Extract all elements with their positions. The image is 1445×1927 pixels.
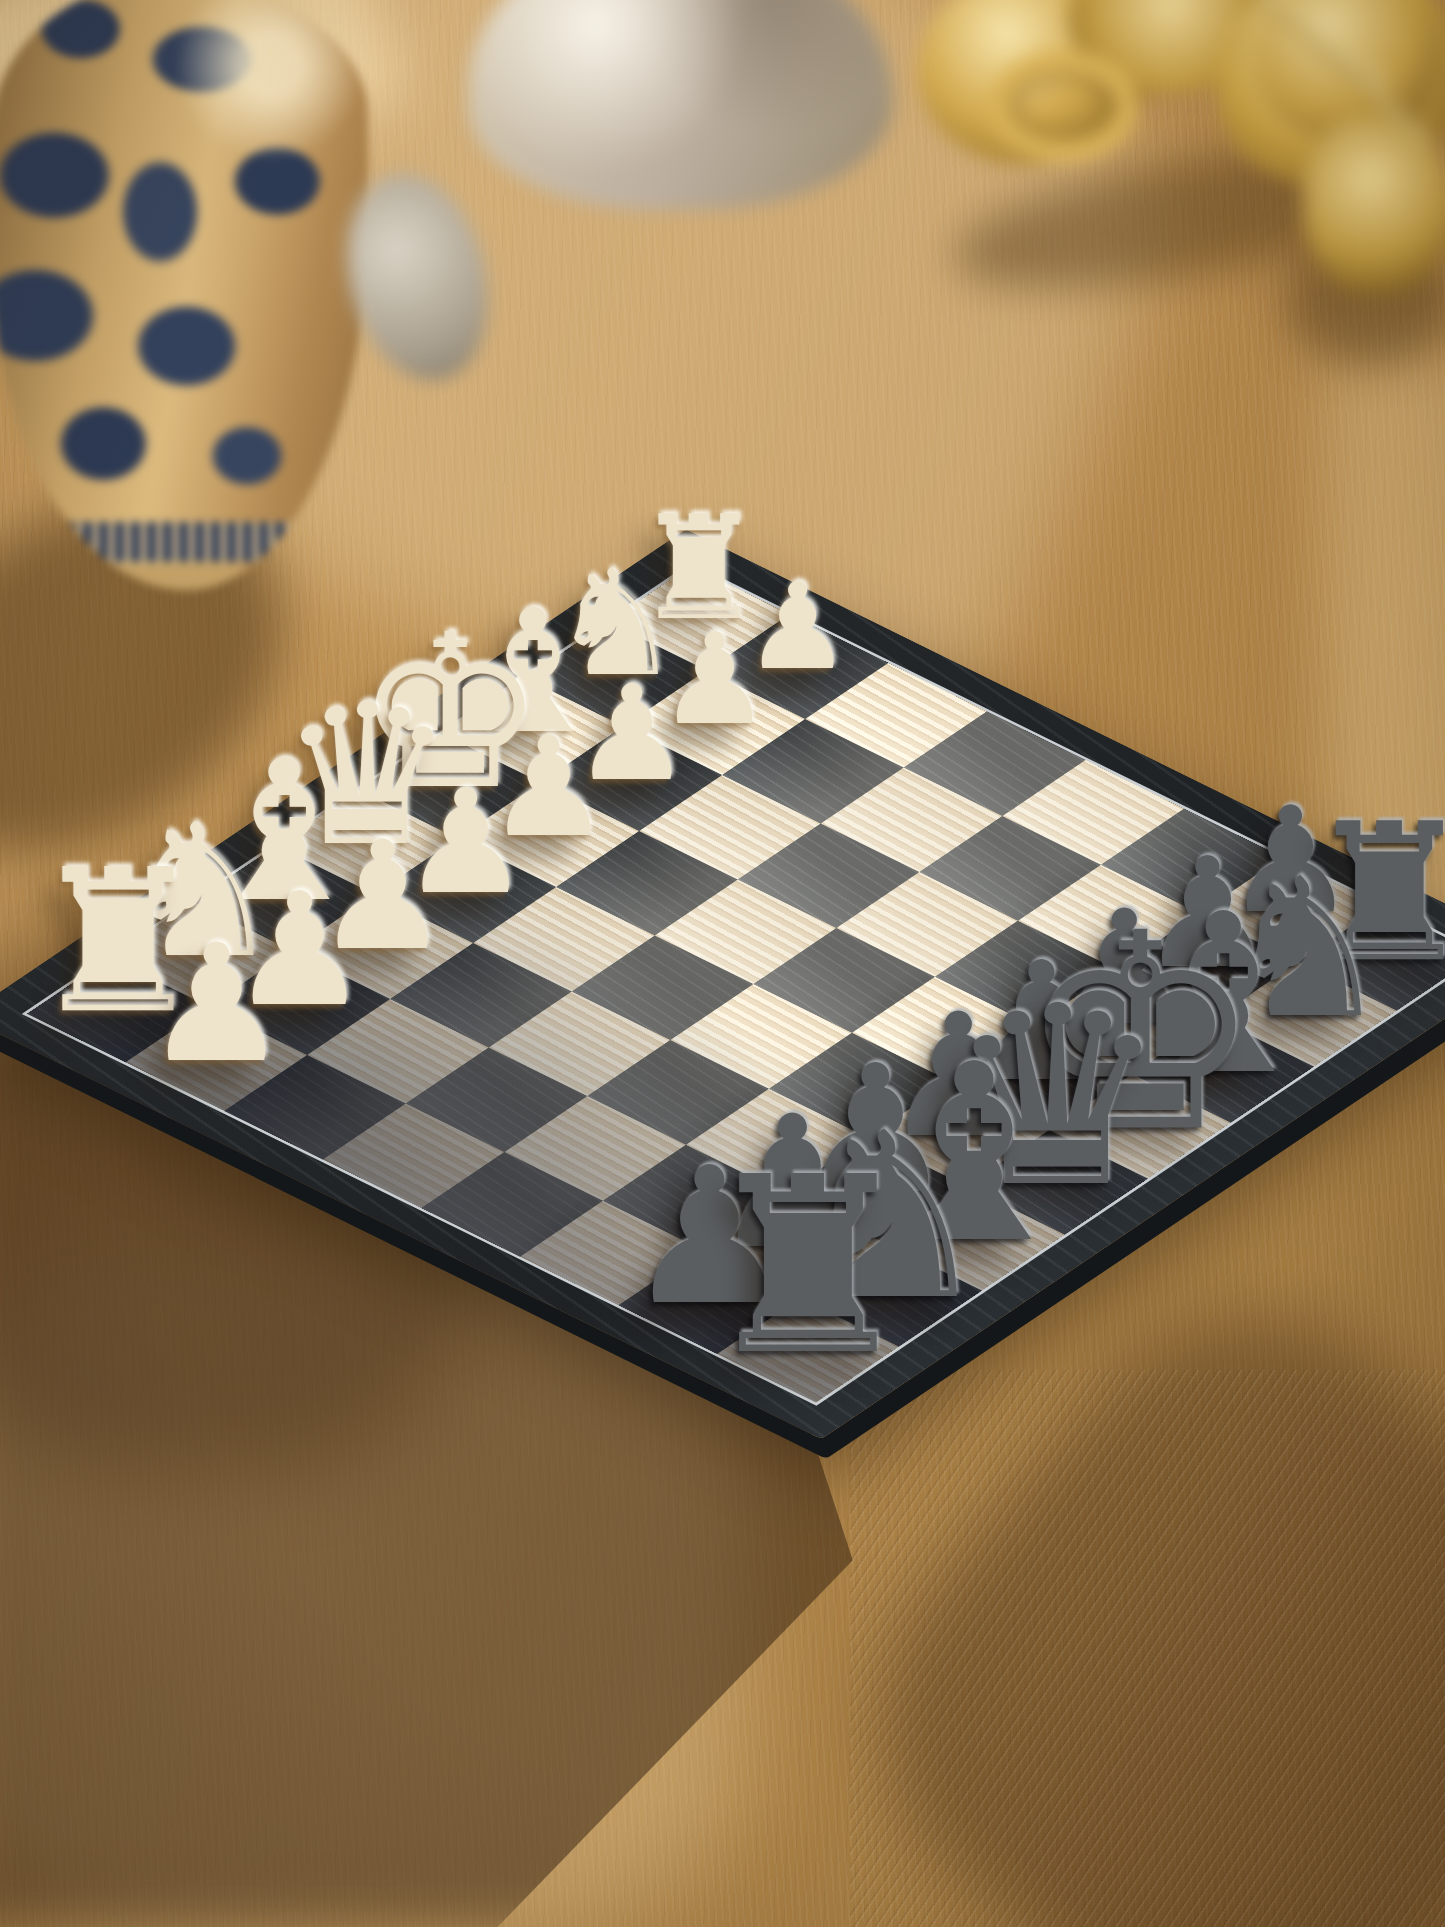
- photo-scene: ♜♟♞♟♝♟♚♟♛♟♝♟♟♞♜♟♟♜♞♟♟♝♟♚♟♛♟♝♟♞♟♜: [0, 0, 1445, 1927]
- wood-grain-bottom-right: [850, 1370, 1445, 1927]
- vase-greek-key-band: [28, 522, 308, 562]
- vase-foot: [81, 564, 262, 590]
- brass-ornaments-right: [1243, 0, 1445, 355]
- stone-jar: [468, 0, 893, 210]
- porcelain-vase: [0, 0, 368, 590]
- brass-ring: [988, 50, 1138, 162]
- piece-black-rook[interactable]: ♜: [699, 1145, 918, 1389]
- piece-white-pawn[interactable]: ♟: [144, 922, 290, 1084]
